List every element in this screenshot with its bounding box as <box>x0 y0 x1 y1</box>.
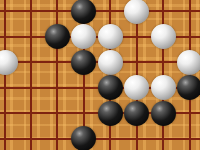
grid-hline <box>0 10 200 12</box>
white-stone[interactable]: ○ <box>98 50 123 75</box>
black-stone[interactable]: ● <box>98 75 123 100</box>
go-board[interactable]: ●○●○○○○●○○●○○●●●●● <box>0 0 200 150</box>
black-stone[interactable]: ● <box>71 50 96 75</box>
white-stone[interactable]: ○ <box>124 75 149 100</box>
black-stone[interactable]: ● <box>98 101 123 126</box>
white-stone[interactable]: ○ <box>71 24 96 49</box>
white-stone[interactable]: ○ <box>151 75 176 100</box>
black-stone[interactable]: ● <box>177 75 200 100</box>
grid-hline <box>0 138 200 140</box>
white-stone[interactable]: ○ <box>124 0 149 24</box>
black-stone[interactable]: ● <box>151 101 176 126</box>
grid-vline <box>30 0 32 150</box>
black-stone[interactable]: ● <box>45 24 70 49</box>
white-stone[interactable]: ○ <box>151 24 176 49</box>
black-stone[interactable]: ● <box>124 101 149 126</box>
white-stone[interactable]: ○ <box>0 50 18 75</box>
black-stone[interactable]: ● <box>71 0 96 24</box>
black-stone[interactable]: ● <box>71 126 96 150</box>
white-stone[interactable]: ○ <box>98 24 123 49</box>
white-stone[interactable]: ○ <box>177 50 200 75</box>
